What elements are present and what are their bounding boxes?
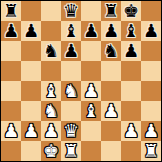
black-pawn[interactable]: ♟	[63, 41, 79, 61]
square-g3[interactable]	[121, 101, 141, 121]
square-d1[interactable]: ♜	[61, 141, 81, 161]
white-pawn[interactable]: ♟	[23, 121, 39, 141]
square-d4[interactable]: ♞	[61, 81, 81, 101]
black-knight[interactable]: ♞	[103, 41, 119, 61]
black-pawn[interactable]: ♟	[3, 21, 19, 41]
square-g2[interactable]: ♟	[121, 121, 141, 141]
white-rook[interactable]: ♜	[143, 141, 159, 161]
square-b8[interactable]	[21, 1, 41, 21]
square-a7[interactable]: ♟	[1, 21, 21, 41]
square-h7[interactable]: ♟	[141, 21, 161, 41]
square-d8[interactable]: ♛	[61, 1, 81, 21]
square-b2[interactable]: ♟	[21, 121, 41, 141]
white-pawn[interactable]: ♟	[103, 101, 119, 121]
square-e4[interactable]: ♟	[81, 81, 101, 101]
square-h1[interactable]: ♜	[141, 141, 161, 161]
square-a5[interactable]	[1, 61, 21, 81]
black-knight[interactable]: ♞	[43, 41, 59, 61]
white-king[interactable]: ♚	[43, 141, 59, 161]
chess-board: ♜♛♜♚♟♟♝♟♟♝♟♞♟♞♟♝♞♟♞♝♟♟♟♟♛♟♟♚♜♜	[1, 1, 161, 161]
square-d6[interactable]: ♟	[61, 41, 81, 61]
square-h4[interactable]	[141, 81, 161, 101]
square-b7[interactable]: ♟	[21, 21, 41, 41]
square-e7[interactable]: ♟	[81, 21, 101, 41]
square-g4[interactable]	[121, 81, 141, 101]
square-g1[interactable]	[121, 141, 141, 161]
square-e1[interactable]	[81, 141, 101, 161]
square-c2[interactable]: ♟	[41, 121, 61, 141]
black-pawn[interactable]: ♟	[123, 41, 139, 61]
white-pawn[interactable]: ♟	[123, 121, 139, 141]
square-e2[interactable]	[81, 121, 101, 141]
square-b3[interactable]	[21, 101, 41, 121]
square-g6[interactable]: ♟	[121, 41, 141, 61]
square-h6[interactable]	[141, 41, 161, 61]
white-pawn[interactable]: ♟	[143, 121, 159, 141]
square-c1[interactable]: ♚	[41, 141, 61, 161]
white-knight[interactable]: ♞	[43, 101, 59, 121]
square-c4[interactable]: ♝	[41, 81, 61, 101]
chess-board-frame: ♜♛♜♚♟♟♝♟♟♝♟♞♟♞♟♝♞♟♞♝♟♟♟♟♛♟♟♚♜♜	[0, 0, 162, 162]
square-d7[interactable]: ♝	[61, 21, 81, 41]
black-bishop[interactable]: ♝	[63, 21, 79, 41]
square-a3[interactable]	[1, 101, 21, 121]
square-c8[interactable]	[41, 1, 61, 21]
white-rook[interactable]: ♜	[63, 141, 79, 161]
white-pawn[interactable]: ♟	[43, 121, 59, 141]
black-pawn[interactable]: ♟	[23, 21, 39, 41]
square-g8[interactable]: ♚	[121, 1, 141, 21]
square-a1[interactable]	[1, 141, 21, 161]
square-d5[interactable]	[61, 61, 81, 81]
square-f7[interactable]: ♟	[101, 21, 121, 41]
black-pawn[interactable]: ♟	[143, 21, 159, 41]
square-a6[interactable]	[1, 41, 21, 61]
square-c3[interactable]: ♞	[41, 101, 61, 121]
square-h8[interactable]	[141, 1, 161, 21]
square-c5[interactable]	[41, 61, 61, 81]
white-bishop[interactable]: ♝	[83, 101, 99, 121]
square-h3[interactable]	[141, 101, 161, 121]
square-a2[interactable]: ♟	[1, 121, 21, 141]
white-pawn[interactable]: ♟	[3, 121, 19, 141]
black-rook[interactable]: ♜	[3, 1, 19, 21]
square-b5[interactable]	[21, 61, 41, 81]
square-h5[interactable]	[141, 61, 161, 81]
square-c7[interactable]	[41, 21, 61, 41]
square-d2[interactable]: ♛	[61, 121, 81, 141]
square-a8[interactable]: ♜	[1, 1, 21, 21]
black-king[interactable]: ♚	[123, 1, 139, 21]
square-f5[interactable]	[101, 61, 121, 81]
square-h2[interactable]: ♟	[141, 121, 161, 141]
square-a4[interactable]	[1, 81, 21, 101]
black-pawn[interactable]: ♟	[103, 21, 119, 41]
square-e8[interactable]	[81, 1, 101, 21]
square-f6[interactable]: ♞	[101, 41, 121, 61]
square-d3[interactable]	[61, 101, 81, 121]
square-f2[interactable]	[101, 121, 121, 141]
white-queen[interactable]: ♛	[63, 121, 79, 141]
white-knight[interactable]: ♞	[63, 81, 79, 101]
black-rook[interactable]: ♜	[103, 1, 119, 21]
square-e6[interactable]	[81, 41, 101, 61]
square-f4[interactable]	[101, 81, 121, 101]
square-f3[interactable]: ♟	[101, 101, 121, 121]
square-f8[interactable]: ♜	[101, 1, 121, 21]
black-bishop[interactable]: ♝	[123, 21, 139, 41]
square-c6[interactable]: ♞	[41, 41, 61, 61]
square-b4[interactable]	[21, 81, 41, 101]
square-b1[interactable]	[21, 141, 41, 161]
black-pawn[interactable]: ♟	[83, 21, 99, 41]
square-e3[interactable]: ♝	[81, 101, 101, 121]
square-e5[interactable]	[81, 61, 101, 81]
white-bishop[interactable]: ♝	[43, 81, 59, 101]
black-queen[interactable]: ♛	[63, 1, 79, 21]
square-b6[interactable]	[21, 41, 41, 61]
square-f1[interactable]	[101, 141, 121, 161]
square-g5[interactable]	[121, 61, 141, 81]
white-pawn[interactable]: ♟	[83, 81, 99, 101]
square-g7[interactable]: ♝	[121, 21, 141, 41]
